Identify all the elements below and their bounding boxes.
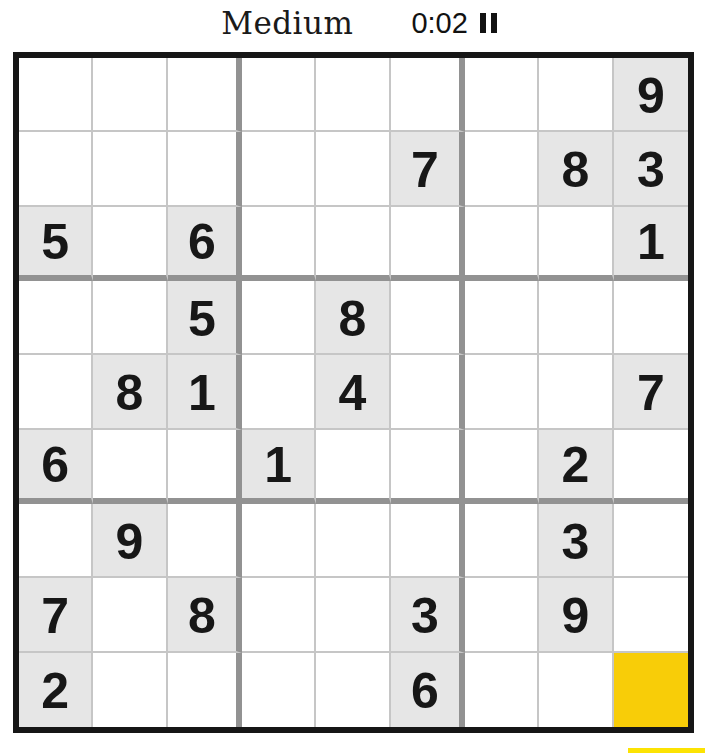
cell-r9c8[interactable] bbox=[539, 653, 613, 727]
cell-r6c2[interactable] bbox=[93, 430, 167, 504]
cell-r2c5[interactable] bbox=[316, 132, 390, 206]
cell-r1c5[interactable] bbox=[316, 58, 390, 132]
cell-r9c9[interactable] bbox=[614, 653, 688, 727]
game-header: Medium 0:02 bbox=[0, 0, 720, 46]
cell-r6c6[interactable] bbox=[391, 430, 465, 504]
pause-icon bbox=[480, 13, 486, 33]
cell-r9c6[interactable]: 6 bbox=[391, 653, 465, 727]
cell-r1c4[interactable] bbox=[242, 58, 316, 132]
cell-r5c8[interactable] bbox=[539, 355, 613, 429]
cell-r7c4[interactable] bbox=[242, 504, 316, 578]
cell-r1c7[interactable] bbox=[465, 58, 539, 132]
cell-r5c4[interactable] bbox=[242, 355, 316, 429]
cell-r5c5[interactable]: 4 bbox=[316, 355, 390, 429]
pause-button[interactable] bbox=[478, 11, 499, 35]
cell-r9c3[interactable] bbox=[168, 653, 242, 727]
sudoku-board: 978356158814761293783926 bbox=[13, 52, 694, 733]
cell-r3c1[interactable]: 5 bbox=[19, 207, 93, 281]
cell-r4c9[interactable] bbox=[614, 281, 688, 355]
cell-r4c5[interactable]: 8 bbox=[316, 281, 390, 355]
cell-r9c7[interactable] bbox=[465, 653, 539, 727]
cell-r1c2[interactable] bbox=[93, 58, 167, 132]
cell-r8c7[interactable] bbox=[465, 578, 539, 652]
cell-r4c6[interactable] bbox=[391, 281, 465, 355]
cell-r2c9[interactable]: 3 bbox=[614, 132, 688, 206]
cell-r2c7[interactable] bbox=[465, 132, 539, 206]
cell-r8c5[interactable] bbox=[316, 578, 390, 652]
timer-group: 0:02 bbox=[411, 7, 498, 40]
keypad-highlight-sliver bbox=[628, 748, 705, 753]
cell-r8c1[interactable]: 7 bbox=[19, 578, 93, 652]
cell-r7c7[interactable] bbox=[465, 504, 539, 578]
cell-r8c3[interactable]: 8 bbox=[168, 578, 242, 652]
cell-r9c2[interactable] bbox=[93, 653, 167, 727]
cell-r3c6[interactable] bbox=[391, 207, 465, 281]
cell-r5c7[interactable] bbox=[465, 355, 539, 429]
cell-r1c3[interactable] bbox=[168, 58, 242, 132]
cell-r7c6[interactable] bbox=[391, 504, 465, 578]
cell-r5c3[interactable]: 1 bbox=[168, 355, 242, 429]
cell-r2c2[interactable] bbox=[93, 132, 167, 206]
cell-r1c1[interactable] bbox=[19, 58, 93, 132]
cell-r6c8[interactable]: 2 bbox=[539, 430, 613, 504]
cell-r7c1[interactable] bbox=[19, 504, 93, 578]
pause-icon bbox=[491, 13, 497, 33]
timer-value: 0:02 bbox=[411, 7, 467, 40]
cell-r4c1[interactable] bbox=[19, 281, 93, 355]
difficulty-label: Medium bbox=[221, 5, 353, 41]
cell-r3c5[interactable] bbox=[316, 207, 390, 281]
cell-r5c2[interactable]: 8 bbox=[93, 355, 167, 429]
cell-r1c6[interactable] bbox=[391, 58, 465, 132]
cell-r1c8[interactable] bbox=[539, 58, 613, 132]
cell-r6c3[interactable] bbox=[168, 430, 242, 504]
cell-r8c2[interactable] bbox=[93, 578, 167, 652]
cell-r4c3[interactable]: 5 bbox=[168, 281, 242, 355]
cell-r7c8[interactable]: 3 bbox=[539, 504, 613, 578]
cell-r7c9[interactable] bbox=[614, 504, 688, 578]
cell-r3c4[interactable] bbox=[242, 207, 316, 281]
cell-r2c8[interactable]: 8 bbox=[539, 132, 613, 206]
cell-r8c8[interactable]: 9 bbox=[539, 578, 613, 652]
cell-r6c1[interactable]: 6 bbox=[19, 430, 93, 504]
cell-r3c7[interactable] bbox=[465, 207, 539, 281]
cell-r9c1[interactable]: 2 bbox=[19, 653, 93, 727]
cell-r9c5[interactable] bbox=[316, 653, 390, 727]
cell-r3c2[interactable] bbox=[93, 207, 167, 281]
cell-r7c3[interactable] bbox=[168, 504, 242, 578]
cell-r3c8[interactable] bbox=[539, 207, 613, 281]
cell-r6c7[interactable] bbox=[465, 430, 539, 504]
cell-r2c6[interactable]: 7 bbox=[391, 132, 465, 206]
cell-r2c4[interactable] bbox=[242, 132, 316, 206]
cell-r9c4[interactable] bbox=[242, 653, 316, 727]
cell-r3c9[interactable]: 1 bbox=[614, 207, 688, 281]
cell-r8c4[interactable] bbox=[242, 578, 316, 652]
cell-r5c1[interactable] bbox=[19, 355, 93, 429]
cell-r8c9[interactable] bbox=[614, 578, 688, 652]
cell-r6c5[interactable] bbox=[316, 430, 390, 504]
cell-r6c4[interactable]: 1 bbox=[242, 430, 316, 504]
cell-r2c3[interactable] bbox=[168, 132, 242, 206]
cell-r7c5[interactable] bbox=[316, 504, 390, 578]
cell-r4c4[interactable] bbox=[242, 281, 316, 355]
cell-r2c1[interactable] bbox=[19, 132, 93, 206]
cell-r5c9[interactable]: 7 bbox=[614, 355, 688, 429]
cell-r7c2[interactable]: 9 bbox=[93, 504, 167, 578]
cell-r8c6[interactable]: 3 bbox=[391, 578, 465, 652]
cell-r6c9[interactable] bbox=[614, 430, 688, 504]
cell-r4c8[interactable] bbox=[539, 281, 613, 355]
cell-r5c6[interactable] bbox=[391, 355, 465, 429]
cell-r1c9[interactable]: 9 bbox=[614, 58, 688, 132]
cell-r3c3[interactable]: 6 bbox=[168, 207, 242, 281]
cell-r4c2[interactable] bbox=[93, 281, 167, 355]
cell-r4c7[interactable] bbox=[465, 281, 539, 355]
